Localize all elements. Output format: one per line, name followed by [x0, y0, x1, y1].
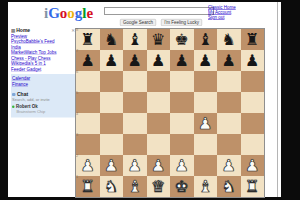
presence-dot-icon — [12, 105, 15, 108]
square-a4[interactable]: 4 — [76, 113, 100, 134]
rank-label-7: 7 — [76, 49, 78, 53]
square-c1[interactable]: ♝ — [123, 176, 147, 197]
square-b6[interactable] — [100, 71, 124, 92]
square-c7[interactable]: ♟ — [123, 50, 147, 71]
white-pawn[interactable]: ♟ — [175, 155, 189, 176]
sidebar-link[interactable]: Feeder Gadget — [11, 67, 75, 73]
gadget-title: Home — [16, 28, 30, 34]
black-pawn[interactable]: ♟ — [198, 50, 212, 71]
square-d3[interactable] — [147, 134, 171, 155]
square-b5[interactable] — [100, 92, 124, 113]
square-e1[interactable]: ♚ — [170, 176, 194, 197]
white-king[interactable]: ♚ — [175, 176, 189, 197]
black-pawn[interactable]: ♟ — [81, 50, 95, 71]
square-a3[interactable]: 3 — [76, 134, 100, 155]
black-pawn[interactable]: ♟ — [151, 50, 165, 71]
square-f4[interactable]: ♟ — [194, 113, 218, 134]
square-c4[interactable] — [123, 113, 147, 134]
rank-label-5: 5 — [76, 91, 78, 95]
square-g7[interactable]: ♟ — [217, 50, 241, 71]
black-bishop[interactable]: ♝ — [128, 29, 142, 50]
square-e7[interactable]: ♟ — [170, 50, 194, 71]
white-pawn[interactable]: ♟ — [81, 155, 95, 176]
black-king[interactable]: ♚ — [175, 29, 189, 50]
search-buttons: Google Search I'm Feeling Lucky — [106, 17, 216, 27]
square-d5[interactable] — [147, 92, 171, 113]
search-input[interactable] — [104, 7, 214, 15]
white-knight[interactable]: ♞ — [104, 176, 118, 197]
black-pawn[interactable]: ♟ — [104, 50, 118, 71]
square-g2[interactable]: ♟ — [217, 155, 241, 176]
white-knight[interactable]: ♞ — [222, 176, 236, 197]
square-c8[interactable]: ♝ — [123, 29, 147, 50]
square-a6[interactable]: 6 — [76, 71, 100, 92]
square-f3[interactable] — [194, 134, 218, 155]
rank-label-8: 8 — [76, 28, 78, 32]
square-b8[interactable]: ♞ — [100, 29, 124, 50]
chat-bubble-icon — [12, 93, 16, 96]
square-f6[interactable] — [194, 71, 218, 92]
square-d4[interactable] — [147, 113, 171, 134]
square-f1[interactable]: ♝ — [194, 176, 218, 197]
square-b4[interactable] — [100, 113, 124, 134]
square-f5[interactable] — [194, 92, 218, 113]
igoogle-logo[interactable]: iGoogle — [44, 5, 93, 22]
grid-icon: ▦ — [11, 28, 15, 33]
google-search-button[interactable]: Google Search — [120, 19, 156, 26]
contact-name: Robert Ok — [16, 104, 38, 109]
square-e4[interactable] — [170, 113, 194, 134]
square-d1[interactable]: ♛ — [147, 176, 171, 197]
square-b7[interactable]: ♟ — [100, 50, 124, 71]
contact-status: Brainstorm Chip — [17, 110, 75, 115]
square-e2[interactable]: ♟ — [170, 155, 194, 176]
square-a2[interactable]: 2♟ — [76, 155, 100, 176]
square-h7[interactable]: ♟ — [241, 50, 265, 71]
square-g8[interactable]: ♞ — [217, 29, 241, 50]
square-h8[interactable]: ♜ — [241, 29, 265, 50]
square-h2[interactable]: ♟ — [241, 155, 265, 176]
square-c3[interactable] — [123, 134, 147, 155]
square-d6[interactable] — [147, 71, 171, 92]
rank-label-2: 2 — [76, 154, 78, 158]
square-f7[interactable]: ♟ — [194, 50, 218, 71]
square-c5[interactable] — [123, 92, 147, 113]
square-e3[interactable] — [170, 134, 194, 155]
white-pawn[interactable]: ♟ — [222, 155, 236, 176]
square-d8[interactable]: ♛ — [147, 29, 171, 50]
square-f8[interactable]: ♝ — [194, 29, 218, 50]
white-pawn[interactable]: ♟ — [245, 155, 259, 176]
white-rook[interactable]: ♜ — [245, 176, 259, 197]
square-g5[interactable] — [217, 92, 241, 113]
square-b1[interactable]: ♞ — [100, 176, 124, 197]
black-rook[interactable]: ♜ — [81, 29, 95, 50]
black-pawn[interactable]: ♟ — [175, 50, 189, 71]
white-pawn[interactable]: ♟ — [104, 155, 118, 176]
square-h4[interactable] — [241, 113, 265, 134]
square-h1[interactable]: ♜ — [241, 176, 265, 197]
chess-board[interactable]: 8♜♞♝♛♚♝♞♜7♟♟♟♟♟♟♟♟654♟32♟♟♟♟♟♟♟1♜♞♝♛♚♝♞♜ — [75, 28, 265, 198]
square-h3[interactable] — [241, 134, 265, 155]
white-pawn[interactable]: ♟ — [151, 155, 165, 176]
feeling-lucky-button[interactable]: I'm Feeling Lucky — [161, 19, 202, 26]
chat-panel: Calendar Finance Chat Search, add, or in… — [11, 74, 75, 118]
square-d2[interactable]: ♟ — [147, 155, 171, 176]
square-d7[interactable]: ♟ — [147, 50, 171, 71]
sidebar: ▦ Home ✕ Preview PsychoBabble's Feed Ind… — [11, 27, 75, 139]
chat-title: Chat — [17, 92, 28, 98]
panel-item[interactable]: Finance — [12, 82, 74, 88]
logo-letter: e — [87, 5, 94, 21]
square-c6[interactable] — [123, 71, 147, 92]
black-knight[interactable]: ♞ — [104, 29, 118, 50]
white-pawn[interactable]: ♟ — [128, 155, 142, 176]
square-e8[interactable]: ♚ — [170, 29, 194, 50]
chat-search-hint[interactable]: Search, add, or invite — [12, 98, 74, 103]
square-e5[interactable] — [170, 92, 194, 113]
square-h6[interactable] — [241, 71, 265, 92]
rank-label-6: 6 — [76, 70, 78, 74]
square-c2[interactable]: ♟ — [123, 155, 147, 176]
logo-letter: G — [48, 5, 60, 21]
square-a7[interactable]: 7♟ — [76, 50, 100, 71]
black-bishop[interactable]: ♝ — [198, 29, 212, 50]
white-rook[interactable]: ♜ — [81, 176, 95, 197]
square-b2[interactable]: ♟ — [100, 155, 124, 176]
white-pawn[interactable]: ♟ — [198, 113, 212, 134]
white-bishop[interactable]: ♝ — [198, 176, 212, 197]
square-a1[interactable]: 1♜ — [76, 176, 100, 197]
igoogle-page: iGoogle Google Search I'm Feeling Lucky … — [8, 2, 281, 197]
square-h5[interactable] — [241, 92, 265, 113]
logo-letter: o — [67, 5, 75, 21]
square-g6[interactable] — [217, 71, 241, 92]
square-f2[interactable] — [194, 155, 218, 176]
black-pawn[interactable]: ♟ — [245, 50, 259, 71]
link-sign-out[interactable]: Sign out — [208, 15, 268, 20]
rank-label-1: 1 — [76, 175, 78, 179]
square-g4[interactable] — [217, 113, 241, 134]
square-g3[interactable] — [217, 134, 241, 155]
white-bishop[interactable]: ♝ — [128, 176, 142, 197]
screen: iGoogle Google Search I'm Feeling Lucky … — [0, 0, 300, 200]
header-links: Classic Home My Account Sign out — [208, 5, 268, 25]
black-rook[interactable]: ♜ — [245, 29, 259, 50]
white-queen[interactable]: ♛ — [151, 176, 165, 197]
black-queen[interactable]: ♛ — [151, 29, 165, 50]
square-a5[interactable]: 5 — [76, 92, 100, 113]
square-g1[interactable]: ♞ — [217, 176, 241, 197]
black-pawn[interactable]: ♟ — [222, 50, 236, 71]
black-pawn[interactable]: ♟ — [128, 50, 142, 71]
scrollbar-edge[interactable] — [277, 2, 278, 197]
black-knight[interactable]: ♞ — [222, 29, 236, 50]
rank-label-4: 4 — [76, 112, 78, 116]
square-e6[interactable] — [170, 71, 194, 92]
rank-label-3: 3 — [76, 133, 78, 137]
square-b3[interactable] — [100, 134, 124, 155]
square-a8[interactable]: 8♜ — [76, 29, 100, 50]
